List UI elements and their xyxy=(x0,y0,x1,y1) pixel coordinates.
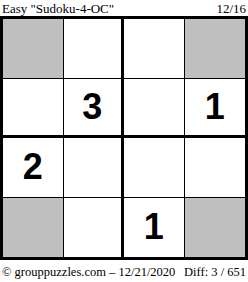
cell-r1c4[interactable] xyxy=(185,19,246,79)
cell-r2c2: 3 xyxy=(64,79,125,139)
cell-r3c3[interactable] xyxy=(124,138,185,198)
cell-r4c2[interactable] xyxy=(64,198,125,258)
cell-r1c1[interactable] xyxy=(3,19,64,79)
copyright-text: © grouppuzzles.com – 12/21/2020 xyxy=(2,265,175,280)
cell-r3c4[interactable] xyxy=(185,138,246,198)
cell-r4c1[interactable] xyxy=(3,198,64,258)
cell-r1c2[interactable] xyxy=(64,19,125,79)
cell-r2c1[interactable] xyxy=(3,79,64,139)
difficulty-text: Diff: 3 / 651 xyxy=(184,265,246,280)
cell-r1c3[interactable] xyxy=(124,19,185,79)
puzzle-counter: 12/16 xyxy=(216,1,246,16)
cell-r3c2[interactable] xyxy=(64,138,125,198)
cell-r2c3[interactable] xyxy=(124,79,185,139)
cell-r4c4[interactable] xyxy=(185,198,246,258)
cell-r2c4: 1 xyxy=(185,79,246,139)
cell-r3c1: 2 xyxy=(3,138,64,198)
footer: © grouppuzzles.com – 12/21/2020 Diff: 3 … xyxy=(0,260,248,282)
sudoku-board: 3 1 2 1 xyxy=(0,16,248,260)
header: Easy "Sudoku-4-OC" 12/16 xyxy=(0,0,248,16)
cell-r4c3: 1 xyxy=(124,198,185,258)
puzzle-title: Easy "Sudoku-4-OC" xyxy=(2,1,114,16)
